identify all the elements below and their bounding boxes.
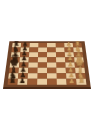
square[interactable]: ♟: [19, 62, 29, 67]
chess-board: ♜♟♟♜♞♟♟♞♝♟♟♝♛♟♟♛♚♟♟♚♝♟♟♝♞♟♟♞♜♟♟♜: [3, 41, 91, 89]
square[interactable]: [57, 79, 67, 85]
board-scene: ♜♟♟♜♞♟♟♞♝♟♟♝♛♟♟♛♚♟♟♚♝♟♟♝♞♟♟♞♜♟♟♜: [0, 0, 95, 126]
board-frame: ♜♟♟♜♞♟♟♞♝♟♟♝♛♟♟♛♚♟♟♚♝♟♟♝♞♟♟♞♜♟♟♜: [3, 41, 91, 89]
square[interactable]: ♜: [8, 79, 18, 85]
square[interactable]: [38, 62, 47, 67]
square[interactable]: ♚: [10, 62, 20, 67]
square[interactable]: [47, 79, 57, 85]
board-grid: ♜♟♟♜♞♟♟♞♝♟♟♝♛♟♟♛♚♟♟♚♝♟♟♝♞♟♟♞♜♟♟♜: [8, 43, 87, 85]
square[interactable]: [37, 79, 47, 85]
square[interactable]: [56, 62, 66, 67]
square[interactable]: [47, 62, 56, 67]
square[interactable]: ♟: [65, 62, 75, 67]
square[interactable]: [28, 62, 38, 67]
square[interactable]: ♜: [76, 79, 86, 85]
square[interactable]: ♟: [17, 79, 27, 85]
square[interactable]: ♟: [66, 79, 76, 85]
square[interactable]: [27, 79, 37, 85]
chess-set-product-photo: ♜♟♟♜♞♟♟♞♝♟♟♝♛♟♟♛♚♟♟♚♝♟♟♝♞♟♟♞♜♟♟♜: [0, 0, 95, 126]
square[interactable]: ♚: [75, 62, 85, 67]
